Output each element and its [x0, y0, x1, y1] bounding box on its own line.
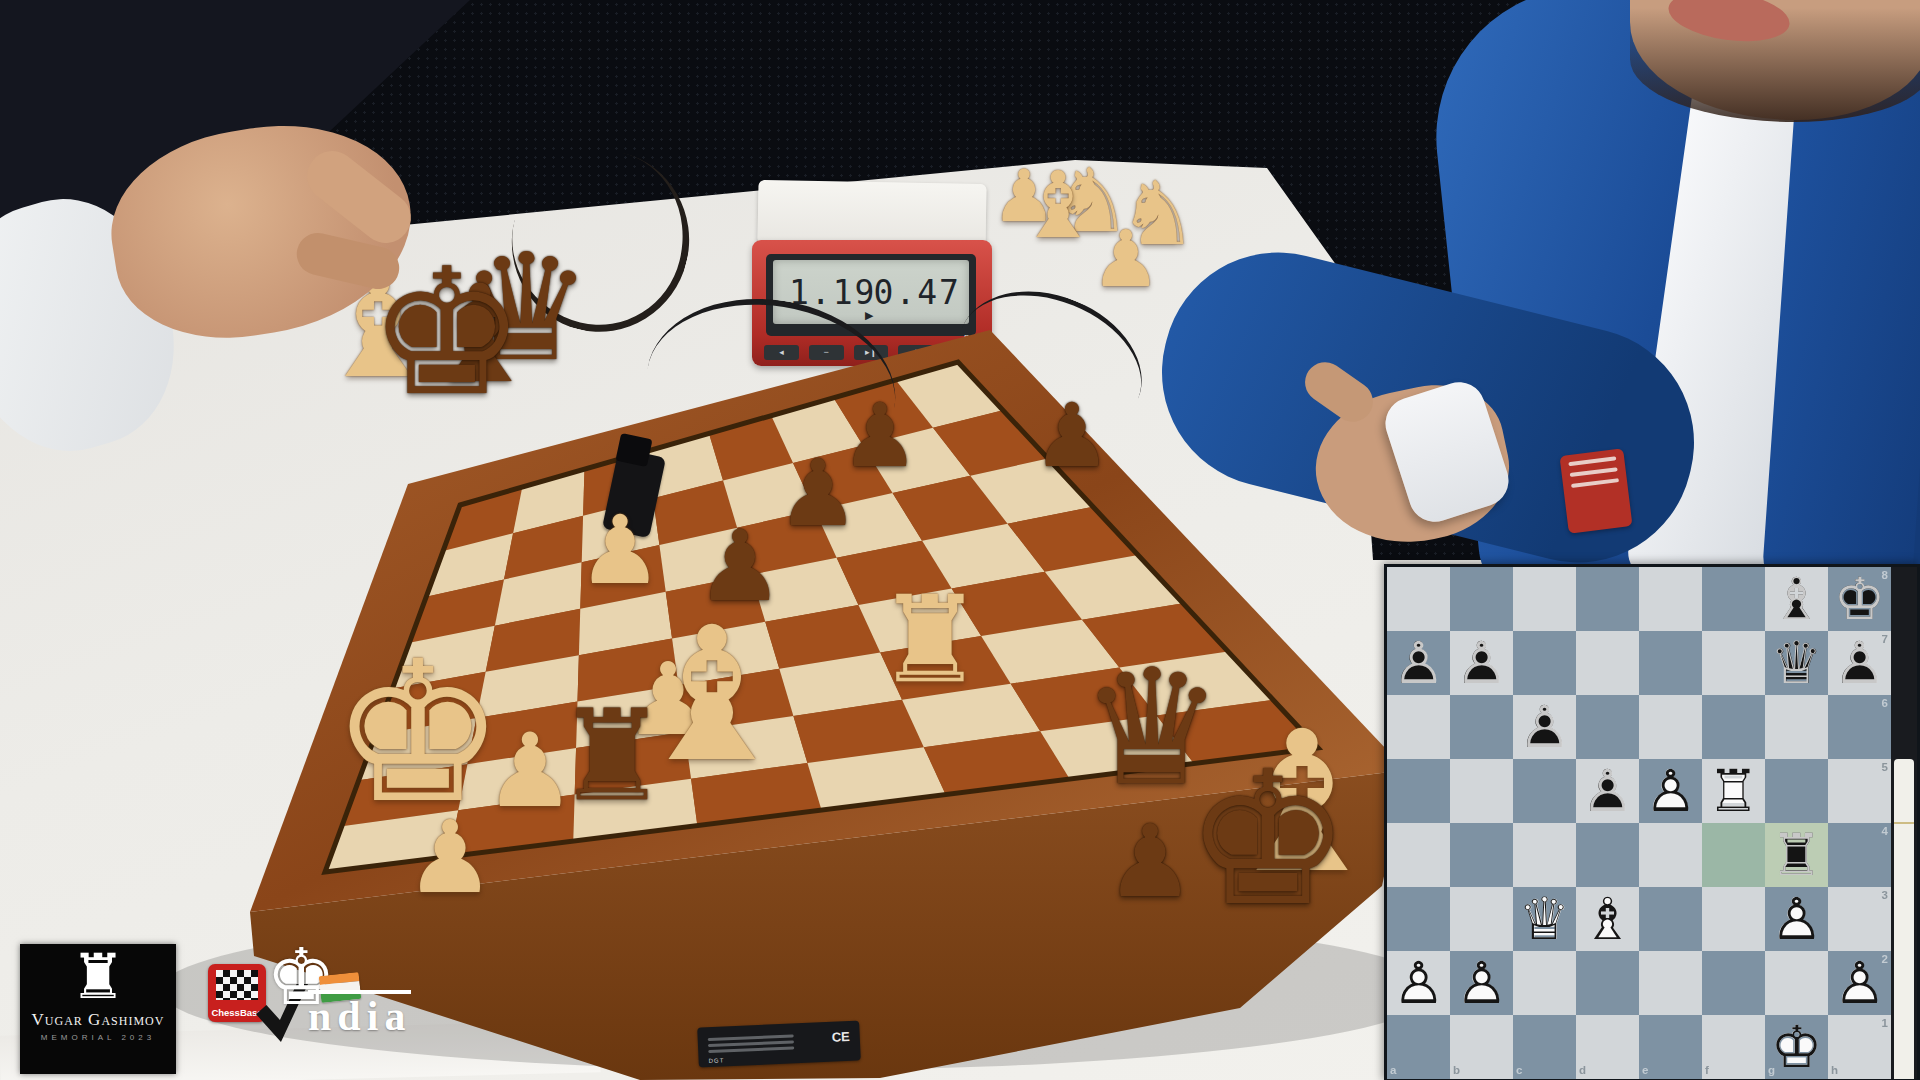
black-R-piece: ♜: [1765, 823, 1828, 887]
file-label-d: d: [1579, 1065, 1586, 1077]
black-P-piece: ♟: [1513, 695, 1576, 759]
square-g1: ♚♔g: [1765, 1015, 1828, 1079]
chessbase-india-logo: ChessBase ♚ ndia: [204, 952, 444, 1057]
black-B-piece: ♗: [1765, 567, 1828, 631]
square-c5: [1513, 759, 1576, 823]
square-e3: [1639, 887, 1702, 951]
square-f8: [1702, 567, 1765, 631]
square-e7: [1639, 631, 1702, 695]
diagram-board: ♝♗♚♔8♟♙♟♙♛♕♟♙7♟♙6♟♙♟♙♜♖5♜♖4♛♕♝♗♟♙3♟♙♟♙♟♙…: [1384, 564, 1891, 1080]
india-wordmark: ndia: [308, 990, 411, 1038]
white-P-piece: ♟: [1639, 759, 1702, 823]
square-e5: ♟♙: [1639, 759, 1702, 823]
clock-button-3: +: [898, 345, 933, 360]
chessbase-wordmark: ChessBase: [208, 1007, 266, 1018]
square-h6: 6: [1828, 695, 1891, 759]
black-P-piece: ♟: [1387, 631, 1450, 695]
eval-bar-midline: [1894, 822, 1914, 824]
turn-indicator-icon: ▶: [865, 309, 873, 322]
rank-label-5: 5: [1882, 762, 1888, 774]
square-b1: b: [1450, 1015, 1513, 1079]
analysis-diagram-overlay: ♝♗♚♔8♟♙♟♙♛♕♟♙7♟♙6♟♙♟♙♜♖5♜♖4♛♕♝♗♟♙3♟♙♟♙♟♙…: [1384, 564, 1920, 1080]
square-h2: ♟♙2: [1828, 951, 1891, 1015]
square-g5: [1765, 759, 1828, 823]
black-P-piece: ♙: [1387, 631, 1450, 695]
black-R-piece: ♖: [1765, 823, 1828, 887]
rank-label-7: 7: [1882, 634, 1888, 646]
square-d7: [1576, 631, 1639, 695]
square-g2: [1765, 951, 1828, 1015]
square-c3: ♛♕: [1513, 887, 1576, 951]
rank-label-8: 8: [1882, 570, 1888, 582]
square-a8: [1387, 567, 1450, 631]
file-label-f: f: [1705, 1065, 1709, 1077]
square-d4: [1576, 823, 1639, 887]
square-e6: [1639, 695, 1702, 759]
square-c6: ♟♙: [1513, 695, 1576, 759]
white-Q-piece: ♛: [1513, 887, 1576, 951]
white-Q-piece: ♕: [1513, 887, 1576, 951]
square-a3: [1387, 887, 1450, 951]
rook-logo-icon: ♜: [70, 946, 126, 1008]
event-logo: ♜ Vugar Gashimov MEMORIAL 2023: [20, 944, 176, 1074]
square-a5: [1387, 759, 1450, 823]
white-P-piece: ♟: [1387, 951, 1450, 1015]
square-g8: ♝♗: [1765, 567, 1828, 631]
square-b2: ♟♙: [1450, 951, 1513, 1015]
square-a6: [1387, 695, 1450, 759]
square-c8: [1513, 567, 1576, 631]
black-B-piece: ♝: [1765, 567, 1828, 631]
rank-label-3: 3: [1882, 890, 1888, 902]
file-label-b: b: [1453, 1065, 1460, 1077]
rank-label-2: 2: [1882, 954, 1888, 966]
black-P-piece: ♟: [1450, 631, 1513, 695]
square-f3: [1702, 887, 1765, 951]
white-P-piece: ♟: [1765, 887, 1828, 951]
black-P-piece: ♙: [1513, 695, 1576, 759]
checkerboard-icon: [216, 970, 258, 1000]
square-c1: c: [1513, 1015, 1576, 1079]
white-P-piece: ♟: [1450, 951, 1513, 1015]
clock-lid: [757, 180, 986, 248]
event-name: Vugar Gashimov: [32, 1010, 165, 1030]
plaque-fineprint: [708, 1031, 795, 1056]
square-d1: d: [1576, 1015, 1639, 1079]
square-d6: [1576, 695, 1639, 759]
black-Q-piece: ♕: [1765, 631, 1828, 695]
square-f4: [1702, 823, 1765, 887]
white-B-piece: ♗: [1576, 887, 1639, 951]
square-f1: f: [1702, 1015, 1765, 1079]
right-player-badge: [1559, 448, 1632, 533]
square-a1: a: [1387, 1015, 1450, 1079]
square-c7: [1513, 631, 1576, 695]
square-e1: e: [1639, 1015, 1702, 1079]
square-h8: ♚♔8: [1828, 567, 1891, 631]
rank-label-1: 1: [1882, 1018, 1888, 1030]
white-P-piece: ♙: [1765, 887, 1828, 951]
square-g4: ♜♖: [1765, 823, 1828, 887]
file-label-c: c: [1516, 1065, 1522, 1077]
square-d3: ♝♗: [1576, 887, 1639, 951]
clock-time-right: 0.47: [874, 273, 961, 312]
white-R-piece: ♖: [1702, 759, 1765, 823]
white-R-piece: ♜: [1702, 759, 1765, 823]
eval-bar-white-fill: [1894, 759, 1914, 1079]
file-label-a: a: [1390, 1065, 1396, 1077]
white-B-piece: ♝: [1576, 887, 1639, 951]
event-subtitle: MEMORIAL 2023: [41, 1033, 155, 1042]
white-P-piece: ♙: [1387, 951, 1450, 1015]
square-d2: [1576, 951, 1639, 1015]
square-g7: ♛♕: [1765, 631, 1828, 695]
black-P-piece: ♙: [1576, 759, 1639, 823]
square-f6: [1702, 695, 1765, 759]
square-b8: [1450, 567, 1513, 631]
white-P-piece: ♙: [1450, 951, 1513, 1015]
square-c4: [1513, 823, 1576, 887]
square-a7: ♟♙: [1387, 631, 1450, 695]
square-f5: ♜♖: [1702, 759, 1765, 823]
square-f2: [1702, 951, 1765, 1015]
square-d5: ♟♙: [1576, 759, 1639, 823]
square-g3: ♟♙: [1765, 887, 1828, 951]
square-a2: ♟♙: [1387, 951, 1450, 1015]
square-h3: 3: [1828, 887, 1891, 951]
square-e4: [1639, 823, 1702, 887]
square-f7: [1702, 631, 1765, 695]
square-b4: [1450, 823, 1513, 887]
square-e8: [1639, 567, 1702, 631]
square-e2: [1639, 951, 1702, 1015]
black-P-piece: ♙: [1450, 631, 1513, 695]
file-label-h: h: [1831, 1065, 1838, 1077]
dgt-board-plaque: CE DGT: [697, 1020, 861, 1067]
square-d8: [1576, 567, 1639, 631]
square-h4: 4: [1828, 823, 1891, 887]
rank-label-4: 4: [1882, 826, 1888, 838]
plaque-brand: DGT: [709, 1057, 725, 1064]
square-h5: 5: [1828, 759, 1891, 823]
black-Q-piece: ♛: [1765, 631, 1828, 695]
square-b5: [1450, 759, 1513, 823]
ce-mark: CE: [831, 1029, 850, 1045]
square-b7: ♟♙: [1450, 631, 1513, 695]
square-b3: [1450, 887, 1513, 951]
file-label-e: e: [1642, 1065, 1648, 1077]
square-g6: [1765, 695, 1828, 759]
eval-bar: [1891, 564, 1920, 1080]
file-label-g: g: [1768, 1065, 1775, 1077]
square-c2: [1513, 951, 1576, 1015]
square-h7: ♟♙7: [1828, 631, 1891, 695]
black-P-piece: ♟: [1576, 759, 1639, 823]
square-b6: [1450, 695, 1513, 759]
square-h1: h1: [1828, 1015, 1891, 1079]
white-P-piece: ♙: [1639, 759, 1702, 823]
rank-label-6: 6: [1882, 698, 1888, 710]
square-a4: [1387, 823, 1450, 887]
